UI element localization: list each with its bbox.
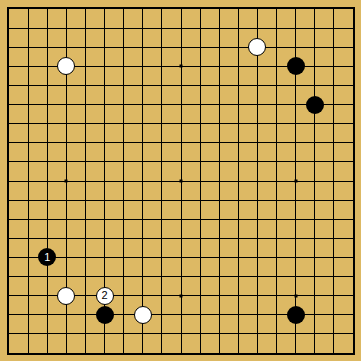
star-point [180, 294, 183, 297]
grid-line-vertical [314, 9, 315, 353]
stone-white[interactable] [248, 38, 266, 56]
stone-white[interactable] [134, 306, 152, 324]
stone-white[interactable] [57, 287, 75, 305]
go-board-grid: 12 [9, 9, 353, 353]
go-board[interactable]: 12 [0, 0, 361, 361]
grid-line-vertical [200, 9, 201, 353]
grid-line-vertical [333, 9, 334, 353]
grid-line-horizontal [9, 219, 353, 220]
stone-black[interactable] [96, 306, 114, 324]
grid-line-horizontal [9, 257, 353, 258]
stone-white[interactable] [57, 57, 75, 75]
star-point [180, 65, 183, 68]
star-point [65, 180, 68, 183]
grid-line-horizontal [9, 333, 353, 334]
grid-line-vertical [276, 9, 277, 353]
grid-line-vertical [238, 9, 239, 353]
stone-white[interactable]: 2 [96, 287, 114, 305]
star-point [294, 180, 297, 183]
move-number-label: 1 [44, 252, 50, 263]
stone-black[interactable]: 1 [38, 248, 56, 266]
grid-line-horizontal [9, 238, 353, 239]
grid-line-horizontal [9, 276, 353, 277]
move-number-label: 2 [101, 290, 107, 301]
stone-black[interactable] [306, 96, 324, 114]
stone-black[interactable] [287, 57, 305, 75]
board-frame: 12 [7, 7, 355, 355]
star-point [180, 180, 183, 183]
grid-line-vertical [257, 9, 258, 353]
grid-line-vertical [219, 9, 220, 353]
stone-black[interactable] [287, 306, 305, 324]
grid-line-horizontal [9, 200, 353, 201]
star-point [294, 294, 297, 297]
